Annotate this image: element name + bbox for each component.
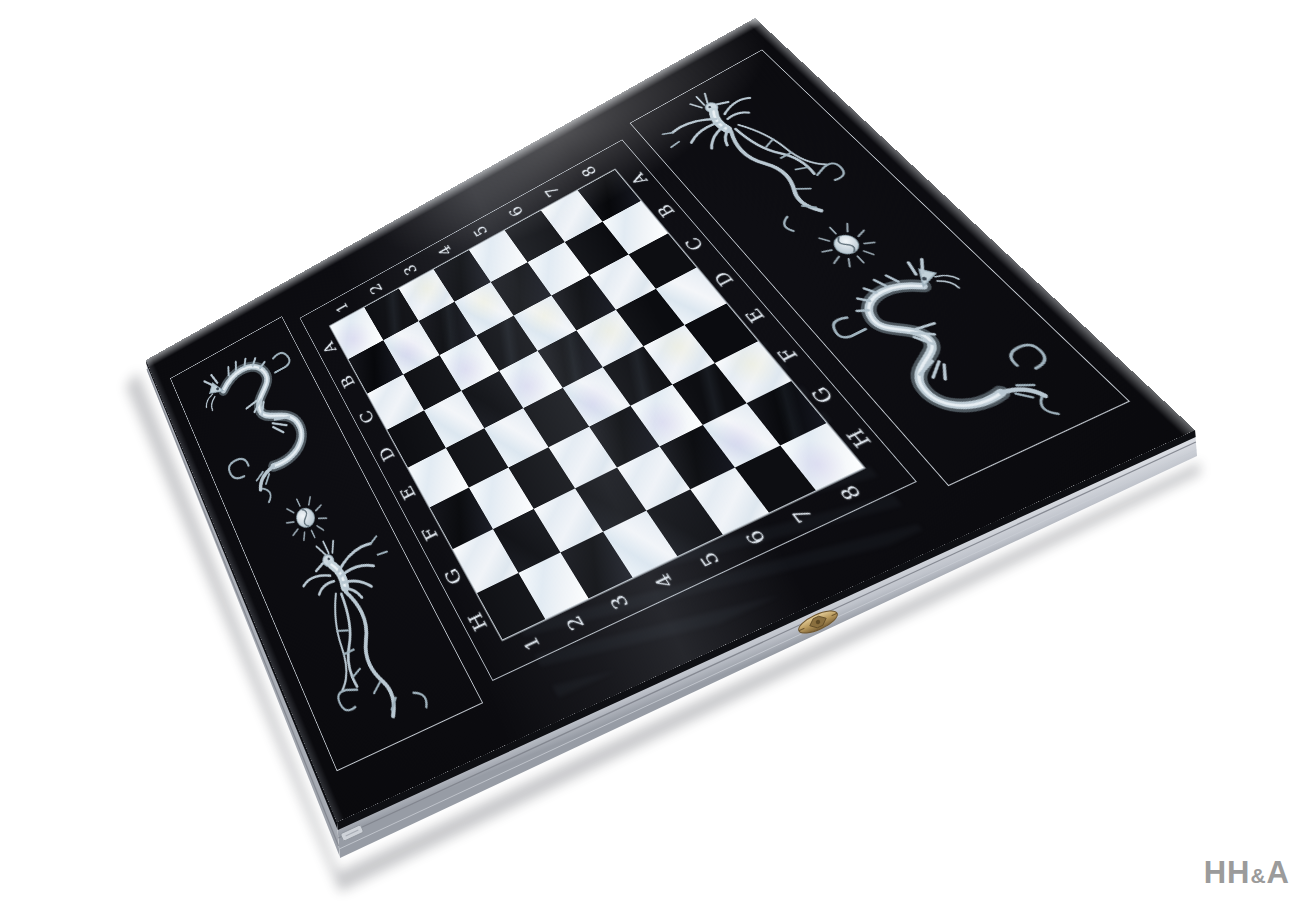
watermark-ampersand: & bbox=[1250, 864, 1266, 887]
file-label-1: 1 bbox=[506, 614, 559, 674]
watermark-text: HH bbox=[1204, 855, 1251, 890]
file-label-3: 3 bbox=[592, 572, 648, 632]
watermark: HH&A bbox=[1204, 857, 1290, 888]
file-label-2: 2 bbox=[548, 593, 602, 653]
file-label-8: 8 bbox=[818, 463, 884, 523]
file-label-6: 6 bbox=[725, 508, 787, 568]
file-label-5: 5 bbox=[680, 530, 740, 590]
photo-stage: 12345678 ABCDEFGH ABCDEFGH 12345678 HH&A bbox=[0, 0, 1300, 910]
file-label-4: 4 bbox=[635, 551, 693, 611]
watermark-text: A bbox=[1267, 855, 1290, 890]
file-label-7: 7 bbox=[771, 485, 835, 545]
